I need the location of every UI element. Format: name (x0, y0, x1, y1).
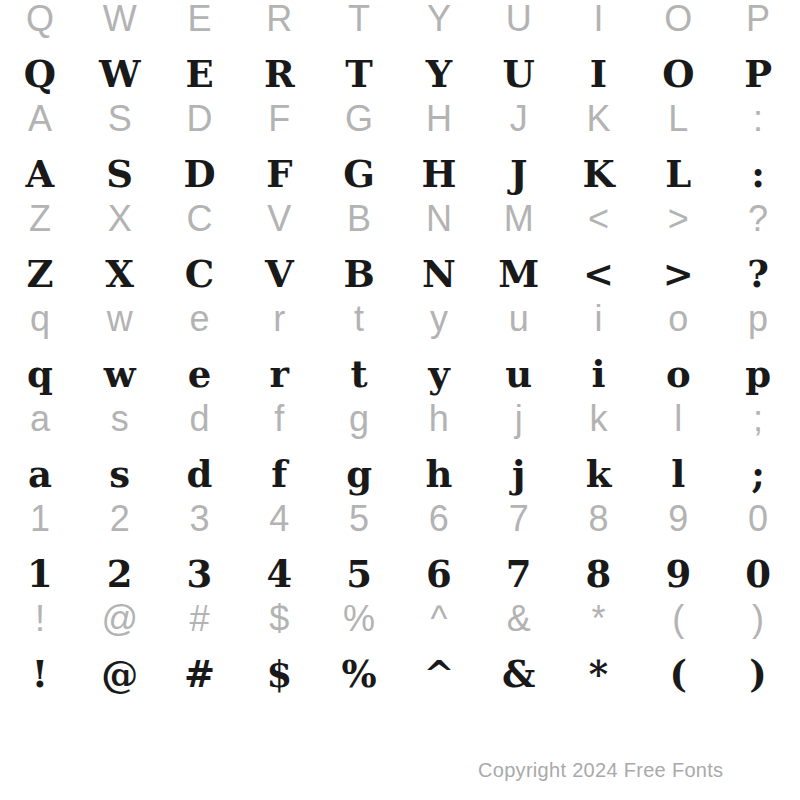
char-cell-ghost-r10-c7: 8 (559, 497, 639, 541)
char-cell-specimen-r9-c0: a (0, 446, 80, 502)
char-cell-specimen-r13-c8: ( (638, 646, 718, 702)
char-cell-specimen-r13-c7: * (559, 646, 639, 702)
char-cell-ghost-r4-c4: B (319, 197, 399, 241)
char-cell-specimen-r11-c2: 3 (160, 546, 240, 602)
char-cell-ghost-r2-c4: G (319, 97, 399, 141)
char-cell-specimen-r1-c0: Q (0, 46, 80, 102)
char-cell-specimen-r13-c3: $ (239, 646, 319, 702)
char-cell-ghost-r0-c4: T (319, 0, 399, 41)
char-cell-specimen-r9-c9: ; (718, 446, 798, 502)
char-cell-ghost-r6-c9: p (718, 297, 798, 341)
char-cell-specimen-r1-c2: E (160, 46, 240, 102)
char-cell-ghost-r8-c6: j (479, 397, 559, 441)
char-cell-specimen-r1-c6: U (479, 46, 559, 102)
char-cell-specimen-r7-c0: q (0, 346, 80, 402)
char-cell-specimen-r7-c5: y (399, 346, 479, 402)
char-cell-ghost-r6-c4: t (319, 297, 399, 341)
char-cell-specimen-r13-c5: ^ (399, 646, 479, 702)
char-cell-specimen-r13-c6: & (479, 646, 559, 702)
char-cell-ghost-r12-c4: % (319, 597, 399, 641)
char-cell-ghost-r10-c8: 9 (638, 497, 718, 541)
char-cell-ghost-r6-c2: e (160, 297, 240, 341)
char-cell-specimen-r5-c8: > (638, 246, 718, 302)
char-cell-specimen-r7-c4: t (319, 346, 399, 402)
char-cell-ghost-r2-c1: S (80, 97, 160, 141)
char-cell-specimen-r9-c3: f (239, 446, 319, 502)
char-cell-specimen-r3-c7: K (559, 146, 639, 202)
character-map-grid: QWERTYUIOPQWERTYUIOPASDFGHJKL:ASDFGHJKL:… (0, 0, 798, 700)
char-cell-ghost-r2-c3: F (239, 97, 319, 141)
char-cell-ghost-r0-c7: I (559, 0, 639, 41)
char-cell-ghost-r0-c3: R (239, 0, 319, 41)
char-cell-ghost-r2-c2: D (160, 97, 240, 141)
char-cell-ghost-r12-c3: $ (239, 597, 319, 641)
char-cell-ghost-r0-c6: U (479, 0, 559, 41)
char-cell-specimen-r7-c1: w (80, 346, 160, 402)
char-cell-specimen-r1-c7: I (559, 46, 639, 102)
char-cell-ghost-r6-c8: o (638, 297, 718, 341)
font-specimen-page: QWERTYUIOPQWERTYUIOPASDFGHJKL:ASDFGHJKL:… (0, 0, 800, 800)
char-cell-specimen-r13-c0: ! (0, 646, 80, 702)
char-cell-ghost-r12-c0: ! (0, 597, 80, 641)
char-cell-specimen-r11-c1: 2 (80, 546, 160, 602)
char-cell-specimen-r9-c7: k (559, 446, 639, 502)
char-cell-specimen-r5-c3: V (239, 246, 319, 302)
char-cell-specimen-r5-c5: N (399, 246, 479, 302)
char-cell-ghost-r12-c1: @ (80, 597, 160, 641)
char-cell-specimen-r1-c3: R (239, 46, 319, 102)
char-cell-specimen-r1-c1: W (80, 46, 160, 102)
char-cell-ghost-r2-c9: : (718, 97, 798, 141)
char-cell-ghost-r10-c1: 2 (80, 497, 160, 541)
char-cell-specimen-r3-c5: H (399, 146, 479, 202)
char-cell-specimen-r13-c2: # (160, 646, 240, 702)
char-cell-ghost-r12-c7: * (559, 597, 639, 641)
char-cell-specimen-r7-c2: e (160, 346, 240, 402)
char-cell-specimen-r9-c2: d (160, 446, 240, 502)
char-cell-ghost-r4-c3: V (239, 197, 319, 241)
char-cell-specimen-r11-c9: 0 (718, 546, 798, 602)
char-cell-ghost-r12-c6: & (479, 597, 559, 641)
char-cell-specimen-r3-c1: S (80, 146, 160, 202)
char-cell-ghost-r0-c9: P (718, 0, 798, 41)
char-cell-specimen-r1-c4: T (319, 46, 399, 102)
char-cell-ghost-r4-c1: X (80, 197, 160, 241)
char-cell-specimen-r5-c6: M (479, 246, 559, 302)
char-cell-ghost-r0-c8: O (638, 0, 718, 41)
char-cell-specimen-r7-c8: o (638, 346, 718, 402)
char-cell-ghost-r0-c5: Y (399, 0, 479, 41)
char-cell-specimen-r13-c9: ) (718, 646, 798, 702)
char-cell-ghost-r8-c5: h (399, 397, 479, 441)
char-cell-specimen-r11-c0: 1 (0, 546, 80, 602)
char-cell-ghost-r8-c1: s (80, 397, 160, 441)
char-cell-specimen-r5-c9: ? (718, 246, 798, 302)
char-cell-specimen-r3-c0: A (0, 146, 80, 202)
char-cell-ghost-r8-c4: g (319, 397, 399, 441)
char-cell-ghost-r6-c3: r (239, 297, 319, 341)
char-cell-ghost-r10-c2: 3 (160, 497, 240, 541)
char-cell-specimen-r3-c9: : (718, 146, 798, 202)
char-cell-ghost-r2-c5: H (399, 97, 479, 141)
char-cell-ghost-r6-c7: i (559, 297, 639, 341)
char-cell-specimen-r3-c8: L (638, 146, 718, 202)
char-cell-specimen-r5-c2: C (160, 246, 240, 302)
char-cell-specimen-r5-c0: Z (0, 246, 80, 302)
char-cell-ghost-r8-c2: d (160, 397, 240, 441)
char-cell-ghost-r4-c0: Z (0, 197, 80, 241)
char-cell-ghost-r4-c9: ? (718, 197, 798, 241)
char-cell-specimen-r13-c4: % (319, 646, 399, 702)
char-cell-specimen-r3-c3: F (239, 146, 319, 202)
char-cell-ghost-r4-c8: > (638, 197, 718, 241)
copyright-text: Copyright 2024 Free Fonts (478, 759, 723, 782)
char-cell-specimen-r7-c3: r (239, 346, 319, 402)
char-cell-ghost-r12-c8: ( (638, 597, 718, 641)
char-cell-ghost-r8-c8: l (638, 397, 718, 441)
char-cell-ghost-r8-c7: k (559, 397, 639, 441)
char-cell-ghost-r2-c8: L (638, 97, 718, 141)
char-cell-specimen-r9-c5: h (399, 446, 479, 502)
char-cell-specimen-r9-c8: l (638, 446, 718, 502)
char-cell-ghost-r6-c6: u (479, 297, 559, 341)
char-cell-specimen-r3-c6: J (479, 146, 559, 202)
char-cell-ghost-r6-c5: y (399, 297, 479, 341)
char-cell-ghost-r8-c3: f (239, 397, 319, 441)
char-cell-ghost-r10-c9: 0 (718, 497, 798, 541)
char-cell-specimen-r7-c9: p (718, 346, 798, 402)
char-cell-specimen-r7-c6: u (479, 346, 559, 402)
char-cell-ghost-r4-c2: C (160, 197, 240, 241)
char-cell-specimen-r11-c4: 5 (319, 546, 399, 602)
char-cell-specimen-r9-c4: g (319, 446, 399, 502)
char-cell-ghost-r10-c4: 5 (319, 497, 399, 541)
char-cell-specimen-r5-c1: X (80, 246, 160, 302)
char-cell-specimen-r11-c8: 9 (638, 546, 718, 602)
char-cell-specimen-r1-c5: Y (399, 46, 479, 102)
char-cell-ghost-r10-c5: 6 (399, 497, 479, 541)
char-cell-ghost-r6-c1: w (80, 297, 160, 341)
char-cell-ghost-r8-c9: ; (718, 397, 798, 441)
char-cell-ghost-r0-c2: E (160, 0, 240, 41)
char-cell-specimen-r11-c7: 8 (559, 546, 639, 602)
char-cell-ghost-r2-c6: J (479, 97, 559, 141)
char-cell-specimen-r1-c8: O (638, 46, 718, 102)
char-cell-ghost-r0-c0: Q (0, 0, 80, 41)
char-cell-specimen-r11-c5: 6 (399, 546, 479, 602)
char-cell-ghost-r12-c5: ^ (399, 597, 479, 641)
char-cell-ghost-r2-c7: K (559, 97, 639, 141)
char-cell-specimen-r5-c7: < (559, 246, 639, 302)
char-cell-ghost-r10-c3: 4 (239, 497, 319, 541)
char-cell-ghost-r8-c0: a (0, 397, 80, 441)
char-cell-specimen-r5-c4: B (319, 246, 399, 302)
char-cell-specimen-r3-c4: G (319, 146, 399, 202)
char-cell-specimen-r11-c3: 4 (239, 546, 319, 602)
char-cell-specimen-r7-c7: i (559, 346, 639, 402)
char-cell-specimen-r13-c1: @ (80, 646, 160, 702)
char-cell-specimen-r9-c6: j (479, 446, 559, 502)
char-cell-ghost-r12-c2: # (160, 597, 240, 641)
char-cell-ghost-r4-c7: < (559, 197, 639, 241)
char-cell-ghost-r10-c6: 7 (479, 497, 559, 541)
char-cell-ghost-r10-c0: 1 (0, 497, 80, 541)
char-cell-specimen-r1-c9: P (718, 46, 798, 102)
char-cell-ghost-r4-c6: M (479, 197, 559, 241)
char-cell-ghost-r2-c0: A (0, 97, 80, 141)
char-cell-specimen-r9-c1: s (80, 446, 160, 502)
char-cell-ghost-r6-c0: q (0, 297, 80, 341)
char-cell-ghost-r0-c1: W (80, 0, 160, 41)
char-cell-ghost-r4-c5: N (399, 197, 479, 241)
char-cell-specimen-r11-c6: 7 (479, 546, 559, 602)
char-cell-ghost-r12-c9: ) (718, 597, 798, 641)
char-cell-specimen-r3-c2: D (160, 146, 240, 202)
